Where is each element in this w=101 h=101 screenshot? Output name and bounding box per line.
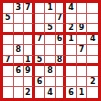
cell-r2c1-given-5[interactable]: 5	[3, 14, 14, 25]
cell-r3c2-empty[interactable]	[14, 24, 25, 35]
cell-r8c3-empty[interactable]	[24, 77, 35, 88]
cell-r3c5-given-5[interactable]: 5	[45, 24, 56, 35]
cell-r9c7-given-6[interactable]: 6	[66, 87, 77, 98]
cell-r6c7-empty[interactable]	[66, 56, 77, 67]
cell-r5c8-given-7[interactable]: 7	[77, 45, 88, 56]
cell-r6c2-empty[interactable]	[14, 56, 25, 67]
cell-r4c6-given-6[interactable]: 6	[56, 35, 67, 46]
cell-r4c7-given-1[interactable]: 1	[66, 35, 77, 46]
cell-r3c1-empty[interactable]	[3, 24, 14, 35]
cell-r8c7-empty[interactable]	[66, 77, 77, 88]
cell-r7c8-empty[interactable]	[77, 66, 88, 77]
cell-r6c1-given-7[interactable]: 7	[3, 56, 14, 67]
cell-r4c2-empty[interactable]	[14, 35, 25, 46]
cell-r7c2-given-6[interactable]: 6	[14, 66, 25, 77]
cell-r8c1-empty[interactable]	[3, 77, 14, 88]
cell-r7c6-empty[interactable]	[56, 66, 67, 77]
cell-r2c6-given-7[interactable]: 7	[56, 14, 67, 25]
cell-r6c3-given-1[interactable]: 1	[24, 56, 35, 67]
cell-r5c2-given-8[interactable]: 8	[14, 45, 25, 56]
sudoku-board: 3714575297614877158698622461	[0, 0, 101, 101]
cell-r7c5-given-8[interactable]: 8	[45, 66, 56, 77]
cell-r8c4-given-6[interactable]: 6	[35, 77, 46, 88]
cell-r6c9-empty[interactable]	[87, 56, 98, 67]
cell-r7c7-empty[interactable]	[66, 66, 77, 77]
cell-r1c6-empty[interactable]	[56, 3, 67, 14]
cell-r6c8-empty[interactable]	[77, 56, 88, 67]
cell-r1c9-empty[interactable]	[87, 3, 98, 14]
cell-r5c7-empty[interactable]	[66, 45, 77, 56]
cell-r4c9-given-4[interactable]: 4	[87, 35, 98, 46]
cell-r2c2-empty[interactable]	[14, 14, 25, 25]
cell-r1c7-given-4[interactable]: 4	[66, 3, 77, 14]
cell-r2c9-empty[interactable]	[87, 14, 98, 25]
cell-r4c3-empty[interactable]	[24, 35, 35, 46]
cell-r5c3-empty[interactable]	[24, 45, 35, 56]
cell-r9c3-given-2[interactable]: 2	[24, 87, 35, 98]
cell-r9c6-empty[interactable]	[56, 87, 67, 98]
cell-r3c9-empty[interactable]	[87, 24, 98, 35]
cell-r4c8-empty[interactable]	[77, 35, 88, 46]
cell-r8c5-empty[interactable]	[45, 77, 56, 88]
cell-r5c9-empty[interactable]	[87, 45, 98, 56]
cell-r6c4-given-5[interactable]: 5	[35, 56, 46, 67]
cell-r2c7-empty[interactable]	[66, 14, 77, 25]
cell-r8c6-empty[interactable]	[56, 77, 67, 88]
cell-r6c5-empty[interactable]	[45, 56, 56, 67]
cell-r3c7-given-2[interactable]: 2	[66, 24, 77, 35]
cell-r8c2-empty[interactable]	[14, 77, 25, 88]
cell-r7c9-empty[interactable]	[87, 66, 98, 77]
cell-r3c6-empty[interactable]	[56, 24, 67, 35]
cell-r9c4-empty[interactable]	[35, 87, 46, 98]
cell-r7c3-given-9[interactable]: 9	[24, 66, 35, 77]
cell-r2c5-empty[interactable]	[45, 14, 56, 25]
cell-r6c6-given-8[interactable]: 8	[56, 56, 67, 67]
cell-r4c5-empty[interactable]	[45, 35, 56, 46]
cell-r5c5-empty[interactable]	[45, 45, 56, 56]
cell-r3c4-empty[interactable]	[35, 24, 46, 35]
cell-r1c4-empty[interactable]	[35, 3, 46, 14]
cell-r7c4-empty[interactable]	[35, 66, 46, 77]
cell-r1c2-given-3[interactable]: 3	[14, 3, 25, 14]
cell-r1c5-given-1[interactable]: 1	[45, 3, 56, 14]
cell-r4c4-given-7[interactable]: 7	[35, 35, 46, 46]
cell-r9c1-empty[interactable]	[3, 87, 14, 98]
cell-r9c5-given-4[interactable]: 4	[45, 87, 56, 98]
cell-r9c9-empty[interactable]	[87, 87, 98, 98]
cell-r4c1-empty[interactable]	[3, 35, 14, 46]
cell-r8c8-empty[interactable]	[77, 77, 88, 88]
cell-r1c3-given-7[interactable]: 7	[24, 3, 35, 14]
cell-r5c1-empty[interactable]	[3, 45, 14, 56]
cell-r2c3-empty[interactable]	[24, 14, 35, 25]
cell-r7c1-empty[interactable]	[3, 66, 14, 77]
cell-r9c2-empty[interactable]	[14, 87, 25, 98]
cell-r2c4-empty[interactable]	[35, 14, 46, 25]
cell-r8c9-given-2[interactable]: 2	[87, 77, 98, 88]
cell-r1c1-empty[interactable]	[3, 3, 14, 14]
cell-r1c8-empty[interactable]	[77, 3, 88, 14]
cell-r2c8-empty[interactable]	[77, 14, 88, 25]
cell-r3c3-empty[interactable]	[24, 24, 35, 35]
cell-r9c8-given-1[interactable]: 1	[77, 87, 88, 98]
cell-r3c8-given-9[interactable]: 9	[77, 24, 88, 35]
cell-r5c6-empty[interactable]	[56, 45, 67, 56]
cell-r5c4-empty[interactable]	[35, 45, 46, 56]
